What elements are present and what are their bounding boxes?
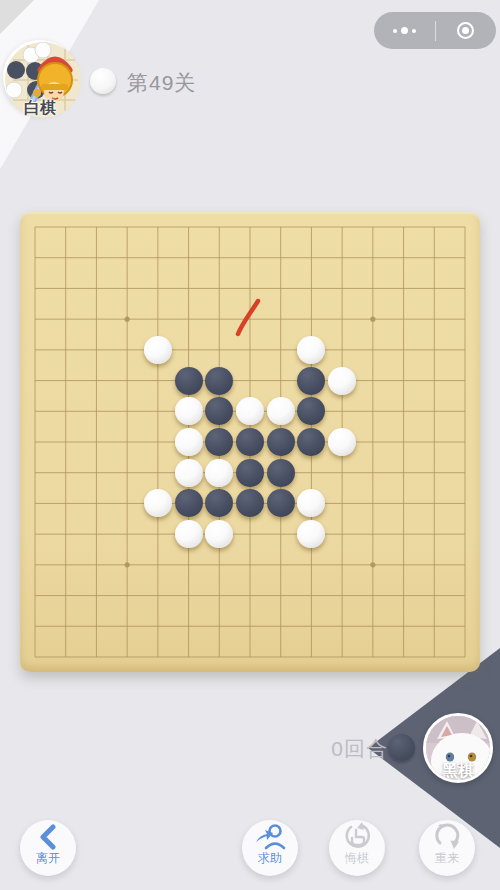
black-stone	[267, 489, 295, 517]
black-player-label: 黑棋	[442, 761, 474, 782]
white-stone	[175, 520, 203, 548]
white-stone	[175, 397, 203, 425]
black-stone	[297, 367, 325, 395]
white-stone-indicator	[90, 68, 116, 94]
app-screen: 白棋 第49关 0回合	[0, 0, 500, 890]
restart-button[interactable]: 重来	[419, 820, 475, 876]
restart-arrow-icon	[433, 820, 461, 850]
undo-hand-icon	[343, 820, 371, 850]
gomoku-board[interactable]	[20, 212, 480, 672]
black-stone	[175, 367, 203, 395]
rounds-text: 0回合	[331, 735, 388, 763]
white-stone	[267, 397, 295, 425]
capsule-more-button[interactable]	[374, 12, 435, 49]
black-stone	[236, 459, 264, 487]
level-text: 第49关	[127, 69, 196, 97]
close-icon	[457, 22, 474, 39]
black-stone	[175, 489, 203, 517]
more-icon	[393, 27, 416, 34]
leave-button-label: 离开	[36, 851, 60, 865]
white-stone	[328, 428, 356, 456]
wechat-capsule	[374, 12, 496, 49]
white-stone	[175, 428, 203, 456]
leave-button[interactable]: 离开	[20, 820, 76, 876]
black-stone	[267, 428, 295, 456]
white-stone	[328, 367, 356, 395]
white-stone	[205, 459, 233, 487]
white-stone	[175, 459, 203, 487]
restart-button-label: 重来	[435, 851, 459, 865]
black-player-avatar: 黑棋	[423, 713, 493, 783]
white-player-label: 白棋	[24, 98, 56, 119]
white-stone	[144, 336, 172, 364]
person-arrow-icon	[254, 820, 286, 850]
help-button-label: 求助	[258, 851, 282, 865]
black-stone	[267, 459, 295, 487]
black-stone-indicator	[388, 734, 415, 761]
help-button[interactable]: 求助	[242, 820, 298, 876]
capsule-close-button[interactable]	[436, 12, 497, 49]
undo-button-label: 悔棋	[345, 851, 369, 865]
black-stone	[205, 367, 233, 395]
chevron-left-icon	[37, 820, 59, 850]
black-stone	[236, 428, 264, 456]
white-player-avatar: 白棋	[3, 40, 77, 114]
undo-button[interactable]: 悔棋	[329, 820, 385, 876]
